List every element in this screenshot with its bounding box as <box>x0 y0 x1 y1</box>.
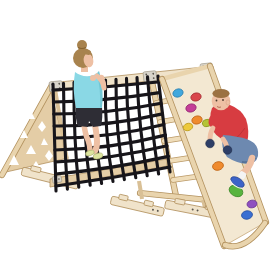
girl-near-leg <box>95 125 97 151</box>
boy-hair <box>212 89 229 98</box>
boy-glove <box>223 146 232 155</box>
plate <box>143 71 157 82</box>
product-photo <box>0 0 280 280</box>
hair <box>212 89 229 98</box>
girl-fist <box>98 75 104 81</box>
corner-plate-middle <box>143 71 157 82</box>
boy-eye <box>216 100 218 102</box>
boy-ear <box>226 100 230 105</box>
girl-fist <box>90 75 96 81</box>
boy-glove <box>206 139 215 148</box>
boy-eye <box>222 99 224 101</box>
